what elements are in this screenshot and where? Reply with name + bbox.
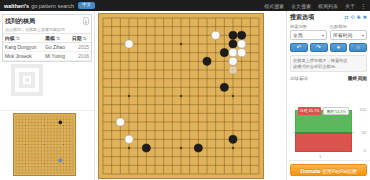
logo-bold: waltheri's <box>4 3 29 9</box>
nav-item[interactable]: 模式搜索 <box>264 3 284 9</box>
search-sidebar: 搜索选项 ⇄⟲✚✖ 搜索范围 全局 ▾ 匹配棋局 所有时间 ▾ ↶↷●○ 在棋盘… <box>286 11 370 180</box>
continuations-label: 后续着法 <box>290 76 308 81</box>
donate-divider <box>287 160 370 161</box>
left-divider <box>0 110 94 111</box>
tip-box: 在棋盘上摆放棋子，搜索包含 该模式的全部职业棋局。 <box>290 55 367 72</box>
donate-bold: Donate <box>300 168 320 174</box>
chart-stacked-bar <box>295 110 352 152</box>
legend-chip: 黑胜 54.3% <box>323 107 348 115</box>
undo-button[interactable]: ↶ <box>290 43 308 52</box>
kebab-menu-icon[interactable]: ⋮ <box>360 2 366 9</box>
game-row[interactable]: Mok JinseokMi Yuting2016 <box>3 52 91 61</box>
white-stone-button[interactable]: ○ <box>349 43 367 52</box>
top-nav: waltheri'sgo pattern search 中文 模式搜索全文搜索棋… <box>0 0 370 11</box>
chart-gridline <box>293 132 354 133</box>
legend-chip: 白胜 45.7% <box>298 107 321 115</box>
search-scope-select[interactable]: 全局 ▾ <box>290 30 327 40</box>
search-fields: 搜索范围 全局 ▾ 匹配棋局 所有时间 ▾ <box>290 24 367 40</box>
sort-icon[interactable]: ⇅ <box>83 36 87 41</box>
black-stone-button[interactable]: ● <box>330 43 348 52</box>
chart-legend: 白胜 45.7%黑胜 54.3% <box>298 107 349 115</box>
search-scope-label: 搜索范围 <box>290 24 327 29</box>
white-player: Mok Jinseok <box>3 52 43 61</box>
chart-ytick-0: 0 <box>364 148 366 153</box>
game-set-label: 匹配棋局 <box>330 24 367 29</box>
black-player: Mi Yuting <box>43 52 70 61</box>
search-panel-header: 搜索选项 ⇄⟲✚✖ <box>290 13 367 22</box>
final-position-label[interactable]: 最终局面 <box>348 75 367 81</box>
search-scope-value: 全局 <box>293 32 303 38</box>
continuations-row: 后续着法 最终局面 <box>290 75 367 81</box>
games-sidebar: 找到的棋局 点击棋局，在棋盘上查看完整对局 ⤓ 白棋 ⇅黑棋 ⇅日期 ⇅ Kan… <box>0 11 95 180</box>
nav-item[interactable]: 全文搜索 <box>291 3 311 9</box>
results-chart: 白胜 45.7%黑胜 54.3% 100 50 0 1 <box>293 107 366 157</box>
white-player: Kang Dongyun <box>3 43 43 52</box>
game-set-field: 匹配棋局 所有时间 ▾ <box>330 24 367 40</box>
column-header[interactable]: 日期 ⇅ <box>70 34 91 43</box>
export-icon[interactable]: ⤓ <box>83 17 89 25</box>
search-scope-field: 搜索范围 全局 ▾ <box>290 24 327 40</box>
sort-icon[interactable]: ⇅ <box>16 36 20 41</box>
edit-buttons-row: ↶↷●○ <box>290 43 367 52</box>
chart-ytick-50: 50 <box>362 130 366 135</box>
game-date: 2016 <box>70 52 91 61</box>
games-table-body: Kang DongyunGu Zihao2015Mok JinseokMi Yu… <box>3 43 91 61</box>
chevron-down-icon: ▾ <box>322 33 324 38</box>
main-go-board[interactable] <box>98 13 264 179</box>
search-panel-title: 搜索选项 <box>290 13 314 22</box>
sort-icon[interactable]: ⇅ <box>56 36 60 41</box>
games-panel-title: 找到的棋局 <box>5 17 89 26</box>
nav-item[interactable]: 棋局列表 <box>318 3 338 9</box>
donate-button[interactable]: Donate 使用PayPal捐赠 <box>290 164 367 176</box>
black-player: Gu Zihao <box>43 43 70 52</box>
board-tool-icon[interactable]: ✖ <box>363 15 367 20</box>
games-panel: 找到的棋局 点击棋局，在棋盘上查看完整对局 ⤓ 白棋 ⇅黑棋 ⇅日期 ⇅ Kan… <box>2 14 92 62</box>
chevron-down-icon: ▾ <box>362 33 364 38</box>
game-set-value: 所有时间 <box>333 32 352 38</box>
pattern-mini-board[interactable] <box>13 113 76 176</box>
nav-menu: 模式搜索全文搜索棋局列表关于 <box>264 3 355 9</box>
nav-item[interactable]: 关于 <box>345 3 355 9</box>
games-table-header-row: 白棋 ⇅黑棋 ⇅日期 ⇅ <box>3 34 91 43</box>
column-header[interactable]: 白棋 ⇅ <box>3 34 43 43</box>
logo-rest: go pattern search <box>31 3 74 9</box>
app: waltheri'sgo pattern search 中文 模式搜索全文搜索棋… <box>0 0 370 180</box>
game-date: 2015 <box>70 43 91 52</box>
tip-line-2: 该模式的全部职业棋局。 <box>293 64 364 70</box>
board-tool-icon[interactable]: ✚ <box>357 15 361 20</box>
board-tool-icon[interactable]: ⇄ <box>344 15 348 20</box>
language-badge[interactable]: 中文 <box>78 2 95 9</box>
app-logo[interactable]: waltheri'sgo pattern search <box>4 3 74 9</box>
board-tool-icon[interactable]: ⟲ <box>350 15 354 20</box>
board-tool-icons: ⇄⟲✚✖ <box>344 15 367 20</box>
games-panel-subtitle: 点击棋局，在棋盘上查看完整对局 <box>5 27 89 32</box>
games-table: 白棋 ⇅黑棋 ⇅日期 ⇅ Kang DongyunGu Zihao2015Mok… <box>3 33 91 61</box>
game-set-select[interactable]: 所有时间 ▾ <box>330 30 367 40</box>
game-row[interactable]: Kang DongyunGu Zihao2015 <box>3 43 91 52</box>
waltheri-logo-watermark <box>10 63 44 97</box>
chart-ytick-100: 100 <box>359 107 366 112</box>
chart-segment-白胜 <box>295 133 352 152</box>
redo-button[interactable]: ↷ <box>310 43 328 52</box>
chart-xtick: 1 <box>319 154 321 159</box>
column-header[interactable]: 黑棋 ⇅ <box>43 34 70 43</box>
games-panel-header: 找到的棋局 点击棋局，在棋盘上查看完整对局 ⤓ <box>3 15 91 33</box>
donate-rest: 使用PayPal捐赠 <box>322 169 356 174</box>
